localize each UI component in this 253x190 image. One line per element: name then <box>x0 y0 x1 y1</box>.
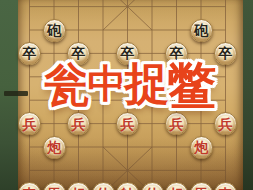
piece-red-soldier[interactable]: 兵 <box>165 112 188 135</box>
piece-glyph: 卒 <box>23 46 37 60</box>
piece-glyph: 兵 <box>72 116 86 130</box>
piece-red-horse[interactable]: 馬 <box>43 182 66 190</box>
piece-glyph: 車 <box>23 186 37 190</box>
piece-red-advisor[interactable]: 仕 <box>92 182 115 190</box>
piece-glyph: 馬 <box>47 186 61 190</box>
piece-glyph: 相 <box>170 186 184 190</box>
piece-red-elephant[interactable]: 相 <box>67 182 90 190</box>
piece-red-advisor[interactable]: 仕 <box>141 182 164 190</box>
piece-black-cannon[interactable]: 砲 <box>190 19 213 42</box>
piece-black-soldier[interactable]: 卒 <box>18 42 41 65</box>
piece-glyph: 車 <box>219 186 233 190</box>
piece-glyph: 相 <box>72 186 86 190</box>
piece-red-soldier[interactable]: 兵 <box>67 112 90 135</box>
watermark-smudge <box>4 91 28 96</box>
piece-red-elephant[interactable]: 相 <box>165 182 188 190</box>
piece-glyph: 兵 <box>170 116 184 130</box>
piece-red-general[interactable]: 帥 <box>116 182 139 190</box>
piece-glyph: 仕 <box>96 186 110 190</box>
piece-glyph: 砲 <box>194 23 208 37</box>
piece-red-cannon[interactable]: 炮 <box>43 136 66 159</box>
piece-glyph: 砲 <box>47 23 61 37</box>
piece-black-soldier[interactable]: 卒 <box>214 42 237 65</box>
piece-glyph: 卒 <box>219 46 233 60</box>
piece-red-soldier[interactable]: 兵 <box>214 112 237 135</box>
piece-glyph: 炮 <box>194 140 208 154</box>
pieces-layer: 砲砲卒卒卒卒卒兵兵兵兵兵炮炮車馬相仕帥仕相馬車 <box>0 0 253 190</box>
piece-black-soldier[interactable]: 卒 <box>116 42 139 65</box>
piece-black-soldier[interactable]: 卒 <box>165 42 188 65</box>
piece-glyph: 卒 <box>72 46 86 60</box>
piece-red-cannon[interactable]: 炮 <box>190 136 213 159</box>
piece-glyph: 馬 <box>194 186 208 190</box>
piece-red-chariot[interactable]: 車 <box>18 182 41 190</box>
video-frame: 砲砲卒卒卒卒卒兵兵兵兵兵炮炮車馬相仕帥仕相馬車 瓮中捉鳖 <box>0 0 253 190</box>
piece-red-horse[interactable]: 馬 <box>190 182 213 190</box>
piece-black-soldier[interactable]: 卒 <box>67 42 90 65</box>
piece-glyph: 兵 <box>23 116 37 130</box>
piece-glyph: 炮 <box>47 140 61 154</box>
piece-glyph: 卒 <box>121 46 135 60</box>
piece-red-soldier[interactable]: 兵 <box>116 112 139 135</box>
piece-red-chariot[interactable]: 車 <box>214 182 237 190</box>
piece-glyph: 帥 <box>121 186 135 190</box>
piece-glyph: 卒 <box>170 46 184 60</box>
piece-glyph: 兵 <box>219 116 233 130</box>
piece-glyph: 仕 <box>145 186 159 190</box>
piece-glyph: 兵 <box>121 116 135 130</box>
piece-black-cannon[interactable]: 砲 <box>43 19 66 42</box>
piece-red-soldier[interactable]: 兵 <box>18 112 41 135</box>
